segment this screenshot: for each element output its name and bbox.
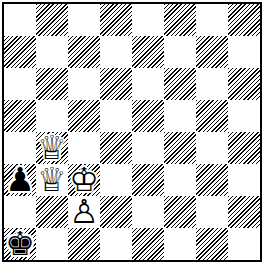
square-g2[interactable] <box>196 196 228 228</box>
square-f5[interactable] <box>164 100 196 132</box>
square-b8[interactable] <box>36 4 68 36</box>
chess-diagram: ♛♕♟♛♕♚♔♟♙♚ <box>0 0 268 268</box>
square-e4[interactable] <box>132 132 164 164</box>
square-f1[interactable] <box>164 228 196 260</box>
square-c1[interactable] <box>68 228 100 260</box>
square-e6[interactable] <box>132 68 164 100</box>
square-a5[interactable] <box>4 100 36 132</box>
square-a8[interactable] <box>4 4 36 36</box>
square-c6[interactable] <box>68 68 100 100</box>
black-king-glyph: ♚ <box>4 228 36 260</box>
square-e8[interactable] <box>132 4 164 36</box>
square-g3[interactable] <box>196 164 228 196</box>
square-e3[interactable] <box>132 164 164 196</box>
black-pawn-glyph: ♟ <box>4 164 36 196</box>
square-d3[interactable] <box>100 164 132 196</box>
square-f4[interactable] <box>164 132 196 164</box>
black-king-a1[interactable]: ♚ <box>4 228 36 260</box>
square-g1[interactable] <box>196 228 228 260</box>
square-h3[interactable] <box>228 164 260 196</box>
white-queen-outline-layer: ♕ <box>36 164 68 196</box>
square-f3[interactable] <box>164 164 196 196</box>
square-c5[interactable] <box>68 100 100 132</box>
square-g4[interactable] <box>196 132 228 164</box>
square-c8[interactable] <box>68 4 100 36</box>
square-h4[interactable] <box>228 132 260 164</box>
square-d2[interactable] <box>100 196 132 228</box>
square-e5[interactable] <box>132 100 164 132</box>
square-d7[interactable] <box>100 36 132 68</box>
board-frame: ♛♕♟♛♕♚♔♟♙♚ <box>2 2 262 262</box>
board: ♛♕♟♛♕♚♔♟♙♚ <box>4 4 260 260</box>
square-a3[interactable]: ♟ <box>4 164 36 196</box>
square-b3[interactable]: ♛♕ <box>36 164 68 196</box>
square-d8[interactable] <box>100 4 132 36</box>
white-pawn-outline-layer: ♙ <box>68 196 100 228</box>
square-a6[interactable] <box>4 68 36 100</box>
square-c2[interactable]: ♟♙ <box>68 196 100 228</box>
square-b2[interactable] <box>36 196 68 228</box>
square-d1[interactable] <box>100 228 132 260</box>
square-h7[interactable] <box>228 36 260 68</box>
square-e7[interactable] <box>132 36 164 68</box>
square-h6[interactable] <box>228 68 260 100</box>
square-a7[interactable] <box>4 36 36 68</box>
square-e1[interactable] <box>132 228 164 260</box>
square-g7[interactable] <box>196 36 228 68</box>
square-c7[interactable] <box>68 36 100 68</box>
white-pawn-c2[interactable]: ♟♙ <box>68 196 100 228</box>
square-b7[interactable] <box>36 36 68 68</box>
square-g8[interactable] <box>196 4 228 36</box>
square-d6[interactable] <box>100 68 132 100</box>
square-g6[interactable] <box>196 68 228 100</box>
square-f2[interactable] <box>164 196 196 228</box>
square-d4[interactable] <box>100 132 132 164</box>
square-b1[interactable] <box>36 228 68 260</box>
square-d5[interactable] <box>100 100 132 132</box>
square-b6[interactable] <box>36 68 68 100</box>
black-pawn-a3[interactable]: ♟ <box>4 164 36 196</box>
square-a1[interactable]: ♚ <box>4 228 36 260</box>
white-queen-b3[interactable]: ♛♕ <box>36 164 68 196</box>
square-e2[interactable] <box>132 196 164 228</box>
square-h8[interactable] <box>228 4 260 36</box>
square-h5[interactable] <box>228 100 260 132</box>
square-f8[interactable] <box>164 4 196 36</box>
square-h1[interactable] <box>228 228 260 260</box>
square-h2[interactable] <box>228 196 260 228</box>
square-g5[interactable] <box>196 100 228 132</box>
square-f7[interactable] <box>164 36 196 68</box>
square-f6[interactable] <box>164 68 196 100</box>
